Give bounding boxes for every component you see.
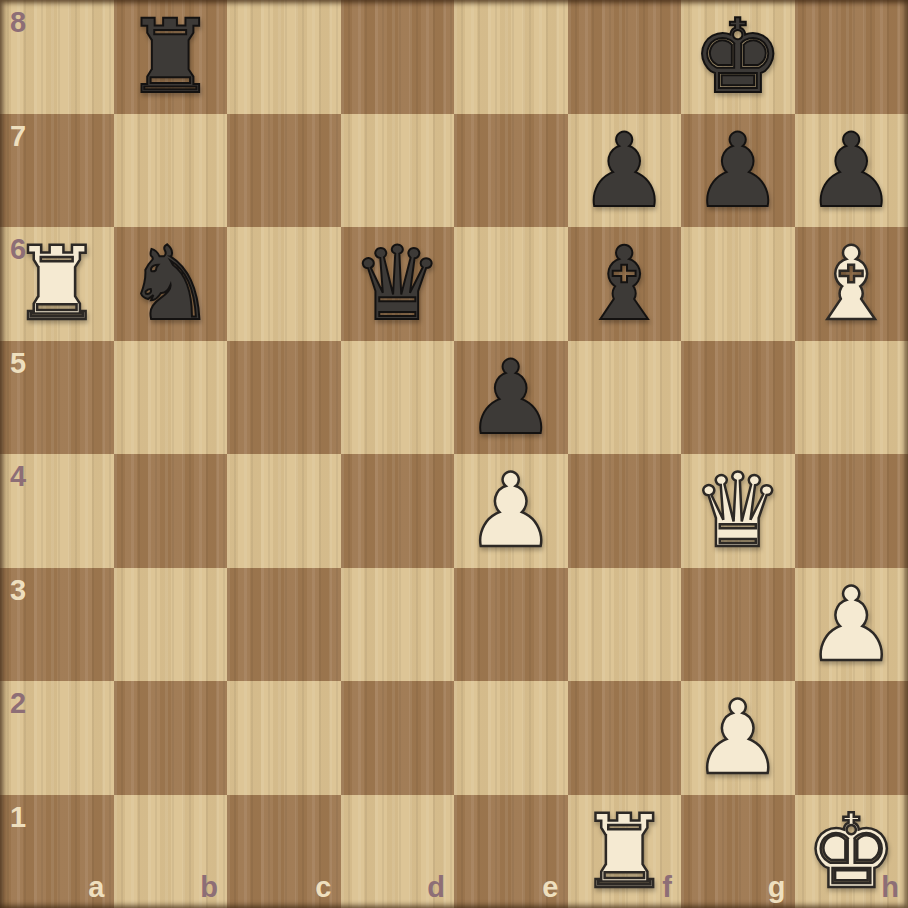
- square-d3[interactable]: [341, 568, 455, 682]
- white-rook[interactable]: ♜: [11, 227, 102, 341]
- square-e1[interactable]: e: [454, 795, 568, 908]
- square-h6[interactable]: ♝: [795, 227, 908, 341]
- square-e5[interactable]: ♟: [454, 341, 568, 455]
- white-pawn[interactable]: ♟: [465, 454, 556, 568]
- square-d4[interactable]: [341, 454, 455, 568]
- rank-label-2: 2: [10, 687, 26, 720]
- square-a2[interactable]: 2: [0, 681, 114, 795]
- black-rook[interactable]: ♜: [125, 0, 216, 114]
- square-h3[interactable]: ♟: [795, 568, 908, 682]
- square-e7[interactable]: [454, 114, 568, 228]
- black-queen[interactable]: ♛: [352, 227, 443, 341]
- square-g4[interactable]: ♛: [681, 454, 795, 568]
- file-label-a: a: [88, 871, 104, 904]
- rank-label-7: 7: [10, 120, 26, 153]
- square-g7[interactable]: ♟: [681, 114, 795, 228]
- square-h4[interactable]: [795, 454, 908, 568]
- black-bishop[interactable]: ♝: [579, 227, 670, 341]
- square-d6[interactable]: ♛: [341, 227, 455, 341]
- square-c7[interactable]: [227, 114, 341, 228]
- rank-label-1: 1: [10, 801, 26, 834]
- square-d8[interactable]: [341, 0, 455, 114]
- square-e3[interactable]: [454, 568, 568, 682]
- square-h7[interactable]: ♟: [795, 114, 908, 228]
- rank-label-4: 4: [10, 460, 26, 493]
- square-f7[interactable]: ♟: [568, 114, 682, 228]
- square-f2[interactable]: [568, 681, 682, 795]
- chess-app: 8♜♚7♟♟♟6♜♞♛♝♝5♟4♟♛3♟2♟1abcdef♜gh♚: [0, 0, 908, 908]
- square-h8[interactable]: [795, 0, 908, 114]
- square-b2[interactable]: [114, 681, 228, 795]
- file-label-e: e: [542, 871, 558, 904]
- rank-label-5: 5: [10, 347, 26, 380]
- square-c1[interactable]: c: [227, 795, 341, 908]
- square-a8[interactable]: 8: [0, 0, 114, 114]
- square-a4[interactable]: 4: [0, 454, 114, 568]
- black-knight[interactable]: ♞: [125, 227, 216, 341]
- file-label-c: c: [315, 871, 331, 904]
- square-f4[interactable]: [568, 454, 682, 568]
- file-label-g: g: [768, 871, 786, 904]
- square-c3[interactable]: [227, 568, 341, 682]
- white-rook[interactable]: ♜: [579, 795, 670, 908]
- chess-board: 8♜♚7♟♟♟6♜♞♛♝♝5♟4♟♛3♟2♟1abcdef♜gh♚: [0, 0, 908, 908]
- square-g1[interactable]: g: [681, 795, 795, 908]
- white-pawn[interactable]: ♟: [806, 568, 897, 682]
- square-c2[interactable]: [227, 681, 341, 795]
- square-a5[interactable]: 5: [0, 341, 114, 455]
- square-b8[interactable]: ♜: [114, 0, 228, 114]
- square-g3[interactable]: [681, 568, 795, 682]
- square-d2[interactable]: [341, 681, 455, 795]
- square-e4[interactable]: ♟: [454, 454, 568, 568]
- square-e6[interactable]: [454, 227, 568, 341]
- square-f8[interactable]: [568, 0, 682, 114]
- square-c8[interactable]: [227, 0, 341, 114]
- white-bishop[interactable]: ♝: [806, 227, 897, 341]
- square-h5[interactable]: [795, 341, 908, 455]
- black-pawn[interactable]: ♟: [579, 114, 670, 228]
- square-a6[interactable]: 6♜: [0, 227, 114, 341]
- square-f3[interactable]: [568, 568, 682, 682]
- square-g6[interactable]: [681, 227, 795, 341]
- black-pawn[interactable]: ♟: [465, 341, 556, 455]
- square-d1[interactable]: d: [341, 795, 455, 908]
- square-a7[interactable]: 7: [0, 114, 114, 228]
- square-h1[interactable]: h♚: [795, 795, 908, 908]
- square-b4[interactable]: [114, 454, 228, 568]
- black-pawn[interactable]: ♟: [806, 114, 897, 228]
- square-d5[interactable]: [341, 341, 455, 455]
- square-c5[interactable]: [227, 341, 341, 455]
- rank-label-8: 8: [10, 6, 26, 39]
- square-a3[interactable]: 3: [0, 568, 114, 682]
- square-f1[interactable]: f♜: [568, 795, 682, 908]
- black-pawn[interactable]: ♟: [692, 114, 783, 228]
- square-b6[interactable]: ♞: [114, 227, 228, 341]
- square-c6[interactable]: [227, 227, 341, 341]
- white-king[interactable]: ♚: [806, 795, 897, 908]
- square-e8[interactable]: [454, 0, 568, 114]
- white-queen[interactable]: ♛: [692, 454, 783, 568]
- square-h2[interactable]: [795, 681, 908, 795]
- square-d7[interactable]: [341, 114, 455, 228]
- square-b7[interactable]: [114, 114, 228, 228]
- square-f5[interactable]: [568, 341, 682, 455]
- rank-label-3: 3: [10, 574, 26, 607]
- square-g5[interactable]: [681, 341, 795, 455]
- file-label-b: b: [200, 871, 218, 904]
- square-f6[interactable]: ♝: [568, 227, 682, 341]
- black-king[interactable]: ♚: [692, 0, 783, 114]
- square-b5[interactable]: [114, 341, 228, 455]
- square-e2[interactable]: [454, 681, 568, 795]
- square-g8[interactable]: ♚: [681, 0, 795, 114]
- white-pawn[interactable]: ♟: [692, 681, 783, 795]
- square-g2[interactable]: ♟: [681, 681, 795, 795]
- square-b3[interactable]: [114, 568, 228, 682]
- file-label-d: d: [427, 871, 445, 904]
- square-a1[interactable]: 1a: [0, 795, 114, 908]
- square-c4[interactable]: [227, 454, 341, 568]
- square-b1[interactable]: b: [114, 795, 228, 908]
